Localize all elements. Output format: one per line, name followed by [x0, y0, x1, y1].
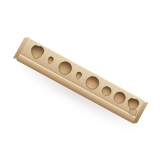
photo-scene [0, 0, 160, 160]
mancala-board [16, 37, 146, 124]
